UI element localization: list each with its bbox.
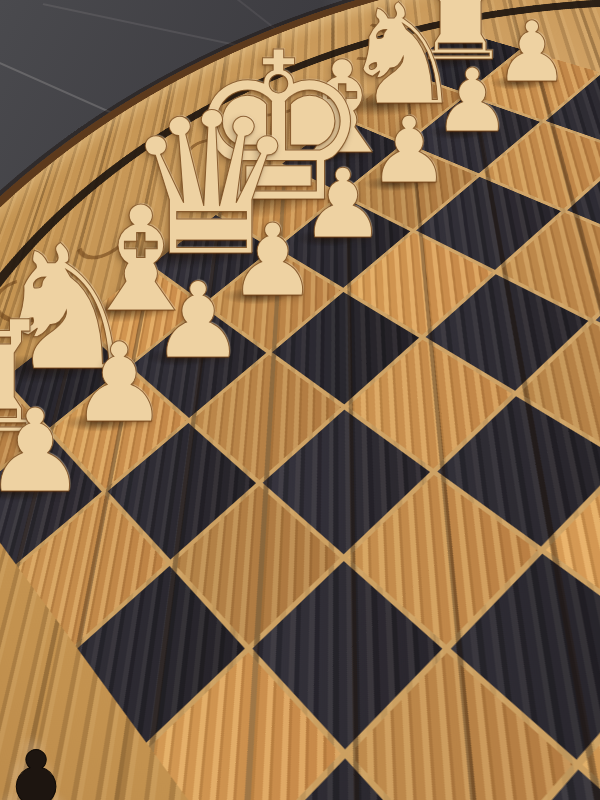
chessboard-photo: ♜♟♞♟♝♟♚♟♛♟♝♟♞♟♜♟ ♟ (0, 0, 600, 800)
offboard-dark-piece: ♟ (0, 735, 93, 800)
